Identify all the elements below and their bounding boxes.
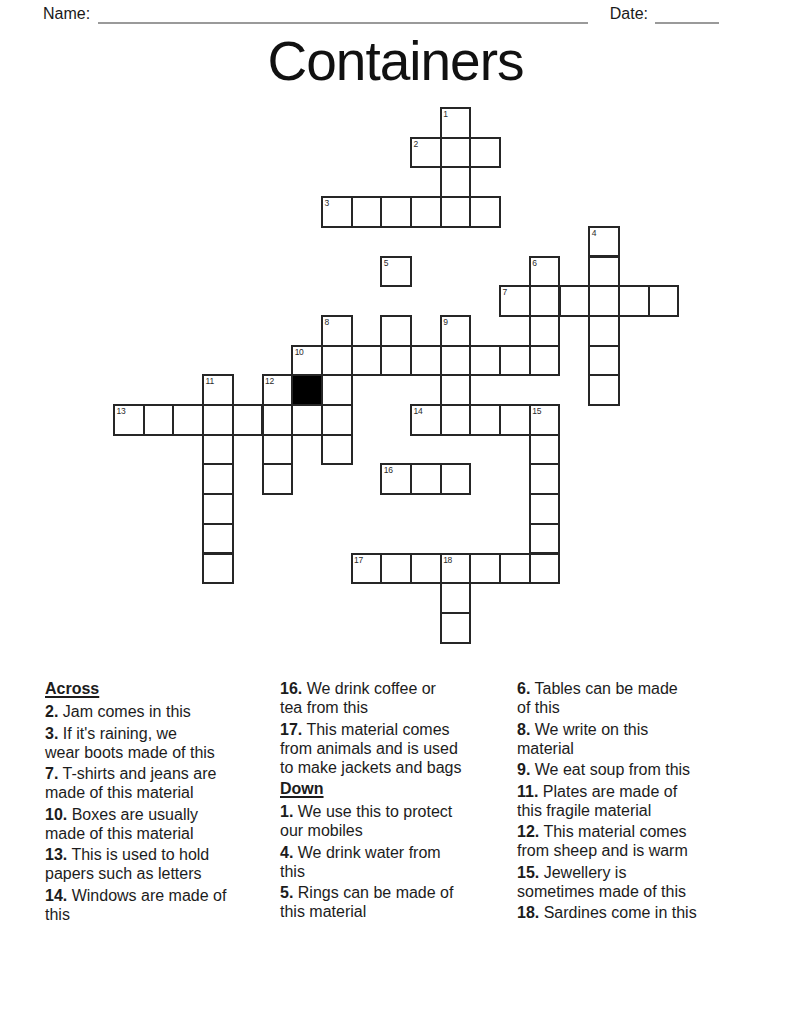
- grid-cell-r6c16[interactable]: [588, 285, 620, 317]
- cell-number-9: 9: [443, 317, 447, 327]
- name-date-row: Name: Date:: [0, 4, 791, 24]
- clues-heading-down: Down: [280, 779, 512, 798]
- grid-cell-r6c15[interactable]: [559, 285, 591, 317]
- grid-cell-r8c14[interactable]: [529, 345, 561, 377]
- grid-cell-r3c9[interactable]: [380, 196, 412, 228]
- grid-cell-r9c3[interactable]: 11: [202, 374, 234, 406]
- grid-cell-r11c3[interactable]: [202, 434, 234, 466]
- grid-cell-r6c18[interactable]: [648, 285, 680, 317]
- grid-cell-r10c4[interactable]: [232, 404, 264, 436]
- grid-cell-r6c17[interactable]: [618, 285, 650, 317]
- grid-cell-r16c11[interactable]: [440, 582, 472, 614]
- cell-number-16: 16: [384, 465, 393, 475]
- cell-number-7: 7: [503, 287, 507, 297]
- cell-number-13: 13: [117, 406, 126, 416]
- clue-across-13: 13. This is used to hold papers such as …: [45, 845, 277, 883]
- grid-cell-r13c3[interactable]: [202, 493, 234, 525]
- grid-cell-r9c16[interactable]: [588, 374, 620, 406]
- grid-cell-r6c13[interactable]: 7: [499, 285, 531, 317]
- name-label: Name:: [43, 4, 90, 24]
- grid-cell-r7c16[interactable]: [588, 315, 620, 347]
- cell-number-8: 8: [324, 317, 328, 327]
- cell-number-11: 11: [206, 376, 214, 386]
- grid-cell-r5c9[interactable]: 5: [380, 256, 412, 288]
- grid-cell-r10c2[interactable]: [172, 404, 204, 436]
- grid-cell-r3c10[interactable]: [410, 196, 442, 228]
- cell-number-15: 15: [532, 406, 541, 416]
- grid-cell-r7c9[interactable]: [380, 315, 412, 347]
- grid-cell-r15c13[interactable]: [499, 553, 531, 585]
- clue-down-12: 12. This material comes from sheep and i…: [517, 822, 749, 860]
- grid-cell-r10c1[interactable]: [143, 404, 175, 436]
- grid-cell-r12c14[interactable]: [529, 463, 561, 495]
- grid-cell-r7c7[interactable]: 8: [321, 315, 353, 347]
- grid-cell-r1c12[interactable]: [469, 137, 501, 169]
- grid-cell-r9c11[interactable]: [440, 374, 472, 406]
- grid-cell-r15c11[interactable]: 18: [440, 553, 472, 585]
- puzzle-title: Containers: [0, 30, 791, 92]
- grid-cell-r9c5[interactable]: 12: [262, 374, 294, 406]
- clue-column-middle: 16. We drink coffee or tea from this17. …: [280, 679, 512, 924]
- grid-cell-r8c9[interactable]: [380, 345, 412, 377]
- grid-cell-r6c14[interactable]: [529, 285, 561, 317]
- grid-cell-r3c12[interactable]: [469, 196, 501, 228]
- grid-cell-r12c11[interactable]: [440, 463, 472, 495]
- clue-across-3: 3. If it's raining, we wear boots made o…: [45, 724, 277, 762]
- grid-cell-r4c16[interactable]: 4: [588, 226, 620, 258]
- grid-cell-r5c14[interactable]: 6: [529, 256, 561, 288]
- cell-number-2: 2: [414, 139, 418, 149]
- grid-cell-r5c16[interactable]: [588, 256, 620, 288]
- grid-cell-r10c12[interactable]: [469, 404, 501, 436]
- grid-cell-r2c11[interactable]: [440, 166, 472, 198]
- grid-cell-r10c0[interactable]: 13: [113, 404, 145, 436]
- grid-cell-r10c11[interactable]: [440, 404, 472, 436]
- clues-heading-across: Across: [45, 679, 277, 698]
- grid-cell-r15c9[interactable]: [380, 553, 412, 585]
- cell-number-6: 6: [532, 258, 536, 268]
- clue-down-8: 8. We write on this material: [517, 720, 749, 758]
- grid-cell-r1c11[interactable]: [440, 137, 472, 169]
- grid-cell-r12c5[interactable]: [262, 463, 294, 495]
- grid-cell-r15c3[interactable]: [202, 553, 234, 585]
- cell-number-18: 18: [443, 555, 452, 565]
- grid-cell-r15c10[interactable]: [410, 553, 442, 585]
- grid-cell-r9c7[interactable]: [321, 374, 353, 406]
- grid-cell-r12c9[interactable]: 16: [380, 463, 412, 495]
- black-cell: [291, 374, 323, 406]
- grid-cell-r15c12[interactable]: [469, 553, 501, 585]
- grid-cell-r10c6[interactable]: [291, 404, 323, 436]
- grid-cell-r15c8[interactable]: 17: [351, 553, 383, 585]
- grid-cell-r11c5[interactable]: [262, 434, 294, 466]
- grid-cell-r1c10[interactable]: 2: [410, 137, 442, 169]
- date-label: Date:: [610, 4, 648, 24]
- clue-across-14: 14. Windows are made of this: [45, 886, 277, 924]
- cell-number-3: 3: [324, 198, 328, 208]
- grid-cell-r10c13[interactable]: [499, 404, 531, 436]
- cell-number-4: 4: [592, 228, 596, 238]
- grid-cell-r10c10[interactable]: 14: [410, 404, 442, 436]
- grid-cell-r11c14[interactable]: [529, 434, 561, 466]
- clue-across-10: 10. Boxes are usually made of this mater…: [45, 805, 277, 843]
- cell-number-12: 12: [265, 376, 274, 386]
- grid-cell-r3c11[interactable]: [440, 196, 472, 228]
- cell-number-5: 5: [384, 258, 388, 268]
- grid-cell-r10c3[interactable]: [202, 404, 234, 436]
- clue-across-2: 2. Jam comes in this: [45, 702, 277, 721]
- grid-cell-r8c7[interactable]: [321, 345, 353, 377]
- clue-down-6: 6. Tables can be made of this: [517, 679, 749, 717]
- grid-cell-r8c6[interactable]: 10: [291, 345, 323, 377]
- grid-cell-r17c11[interactable]: [440, 612, 472, 644]
- cell-number-10: 10: [295, 347, 304, 357]
- clue-column-right: 6. Tables can be made of this8. We write…: [517, 679, 749, 925]
- clue-down-5: 5. Rings can be made of this material: [280, 883, 512, 921]
- clue-across-7: 7. T-shirts and jeans are made of this m…: [45, 764, 277, 802]
- grid-cell-r3c7[interactable]: 3: [321, 196, 353, 228]
- clue-down-15: 15. Jewellery is sometimes made of this: [517, 863, 749, 901]
- date-input-line[interactable]: [655, 5, 719, 24]
- clue-down-1: 1. We use this to protect our mobiles: [280, 802, 512, 840]
- clue-column-left: Across2. Jam comes in this3. If it's rai…: [45, 679, 277, 926]
- grid-cell-r15c14[interactable]: [529, 553, 561, 585]
- grid-cell-r13c14[interactable]: [529, 493, 561, 525]
- name-input-line[interactable]: [98, 5, 588, 24]
- grid-cell-r10c5[interactable]: [262, 404, 294, 436]
- grid-cell-r14c3[interactable]: [202, 523, 234, 555]
- grid-cell-r14c14[interactable]: [529, 523, 561, 555]
- clue-down-4: 4. We drink water from this: [280, 843, 512, 881]
- clue-down-9: 9. We eat soup from this: [517, 760, 749, 779]
- grid-cell-r10c7[interactable]: [321, 404, 353, 436]
- cell-number-1: 1: [443, 109, 447, 119]
- grid-cell-r10c14[interactable]: 15: [529, 404, 561, 436]
- grid-cell-r8c10[interactable]: [410, 345, 442, 377]
- grid-cell-r12c3[interactable]: [202, 463, 234, 495]
- grid-cell-r11c7[interactable]: [321, 434, 353, 466]
- cell-number-14: 14: [414, 406, 423, 416]
- grid-cell-r8c12[interactable]: [469, 345, 501, 377]
- worksheet-page: Name: Date: Containers 12345678910111213…: [0, 0, 791, 1024]
- grid-cell-r7c11[interactable]: 9: [440, 315, 472, 347]
- grid-cell-r8c16[interactable]: [588, 345, 620, 377]
- grid-cell-r8c8[interactable]: [351, 345, 383, 377]
- clue-across-17: 17. This material comes from animals and…: [280, 720, 512, 777]
- clue-down-11: 11. Plates are made of this fragile mate…: [517, 782, 749, 820]
- grid-cell-r8c11[interactable]: [440, 345, 472, 377]
- grid-cell-r12c10[interactable]: [410, 463, 442, 495]
- grid-cell-r7c14[interactable]: [529, 315, 561, 347]
- grid-cell-r8c13[interactable]: [499, 345, 531, 377]
- clue-across-16: 16. We drink coffee or tea from this: [280, 679, 512, 717]
- clue-down-18: 18. Sardines come in this: [517, 903, 749, 922]
- grid-cell-r0c11[interactable]: 1: [440, 107, 472, 139]
- grid-cell-r3c8[interactable]: [351, 196, 383, 228]
- cell-number-17: 17: [354, 555, 363, 565]
